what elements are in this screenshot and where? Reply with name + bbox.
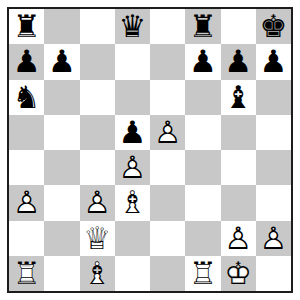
square-d3[interactable]: ♝♗ — [115, 185, 150, 220]
square-a7[interactable]: ♟ — [9, 44, 44, 79]
piece-white-king[interactable]: ♚♔ — [221, 256, 256, 291]
square-c5[interactable] — [80, 115, 115, 150]
white-pawn-icon: ♙ — [9, 185, 44, 220]
white-rook-icon: ♖ — [9, 256, 44, 291]
white-pawn-icon: ♙ — [221, 221, 256, 256]
square-f2[interactable] — [185, 221, 220, 256]
black-rook-icon: ♜ — [185, 9, 220, 44]
square-a6[interactable]: ♞ — [9, 80, 44, 115]
square-f6[interactable] — [185, 80, 220, 115]
black-pawn-icon: ♟ — [185, 44, 220, 79]
piece-black-knight[interactable]: ♞ — [9, 80, 44, 115]
square-e6[interactable] — [150, 80, 185, 115]
square-g3[interactable] — [221, 185, 256, 220]
square-h8[interactable]: ♚ — [256, 9, 291, 44]
piece-black-king[interactable]: ♚ — [256, 9, 291, 44]
square-g7[interactable]: ♟ — [221, 44, 256, 79]
piece-black-pawn[interactable]: ♟ — [256, 44, 291, 79]
square-h6[interactable] — [256, 80, 291, 115]
square-c3[interactable]: ♟♙ — [80, 185, 115, 220]
black-knight-icon: ♞ — [9, 80, 44, 115]
piece-black-pawn[interactable]: ♟ — [9, 44, 44, 79]
square-f3[interactable] — [185, 185, 220, 220]
square-c4[interactable] — [80, 150, 115, 185]
square-b4[interactable] — [44, 150, 79, 185]
square-a1[interactable]: ♜♖ — [9, 256, 44, 291]
square-g6[interactable]: ♝ — [221, 80, 256, 115]
square-b7[interactable]: ♟ — [44, 44, 79, 79]
piece-black-pawn[interactable]: ♟ — [115, 115, 150, 150]
square-h1[interactable] — [256, 256, 291, 291]
white-pawn-icon: ♙ — [115, 150, 150, 185]
square-c1[interactable]: ♝♗ — [80, 256, 115, 291]
white-bishop-icon: ♗ — [115, 185, 150, 220]
square-a3[interactable]: ♟♙ — [9, 185, 44, 220]
black-pawn-icon: ♟ — [115, 115, 150, 150]
square-c8[interactable] — [80, 9, 115, 44]
square-b8[interactable] — [44, 9, 79, 44]
square-g8[interactable] — [221, 9, 256, 44]
square-d4[interactable]: ♟♙ — [115, 150, 150, 185]
piece-white-pawn[interactable]: ♟♙ — [9, 185, 44, 220]
white-pawn-icon: ♙ — [150, 115, 185, 150]
square-c7[interactable] — [80, 44, 115, 79]
chess-board: ♜♛♜♚♟♟♟♟♟♞♝♟♟♙♟♙♟♙♟♙♝♗♛♕♟♙♟♙♜♖♝♗♜♖♚♔ — [7, 7, 293, 293]
piece-black-bishop[interactable]: ♝ — [221, 80, 256, 115]
square-d7[interactable] — [115, 44, 150, 79]
square-h2[interactable]: ♟♙ — [256, 221, 291, 256]
square-f4[interactable] — [185, 150, 220, 185]
square-d2[interactable] — [115, 221, 150, 256]
square-f5[interactable] — [185, 115, 220, 150]
piece-black-pawn[interactable]: ♟ — [185, 44, 220, 79]
square-b5[interactable] — [44, 115, 79, 150]
black-rook-icon: ♜ — [9, 9, 44, 44]
piece-white-pawn[interactable]: ♟♙ — [115, 150, 150, 185]
square-b1[interactable] — [44, 256, 79, 291]
square-e1[interactable] — [150, 256, 185, 291]
white-queen-icon: ♕ — [80, 221, 115, 256]
chess-diagram: ♜♛♜♚♟♟♟♟♟♞♝♟♟♙♟♙♟♙♟♙♝♗♛♕♟♙♟♙♜♖♝♗♜♖♚♔ — [0, 0, 300, 300]
black-king-icon: ♚ — [256, 9, 291, 44]
square-f8[interactable]: ♜ — [185, 9, 220, 44]
square-a2[interactable] — [9, 221, 44, 256]
white-pawn-icon: ♙ — [256, 221, 291, 256]
square-d8[interactable]: ♛ — [115, 9, 150, 44]
square-d5[interactable]: ♟ — [115, 115, 150, 150]
square-f1[interactable]: ♜♖ — [185, 256, 220, 291]
white-rook-icon: ♖ — [185, 256, 220, 291]
square-e4[interactable] — [150, 150, 185, 185]
piece-white-bishop[interactable]: ♝♗ — [115, 185, 150, 220]
square-c6[interactable] — [80, 80, 115, 115]
square-g1[interactable]: ♚♔ — [221, 256, 256, 291]
square-f7[interactable]: ♟ — [185, 44, 220, 79]
square-g5[interactable] — [221, 115, 256, 150]
piece-black-queen[interactable]: ♛ — [115, 9, 150, 44]
square-b3[interactable] — [44, 185, 79, 220]
piece-black-rook[interactable]: ♜ — [185, 9, 220, 44]
piece-white-bishop[interactable]: ♝♗ — [80, 256, 115, 291]
black-pawn-icon: ♟ — [221, 44, 256, 79]
white-king-icon: ♔ — [221, 256, 256, 291]
black-bishop-icon: ♝ — [221, 80, 256, 115]
square-e2[interactable] — [150, 221, 185, 256]
square-h7[interactable]: ♟ — [256, 44, 291, 79]
piece-white-rook[interactable]: ♜♖ — [9, 256, 44, 291]
square-e5[interactable]: ♟♙ — [150, 115, 185, 150]
black-pawn-icon: ♟ — [44, 44, 79, 79]
piece-white-rook[interactable]: ♜♖ — [185, 256, 220, 291]
piece-black-rook[interactable]: ♜ — [9, 9, 44, 44]
square-c2[interactable]: ♛♕ — [80, 221, 115, 256]
square-e3[interactable] — [150, 185, 185, 220]
square-h3[interactable] — [256, 185, 291, 220]
white-bishop-icon: ♗ — [80, 256, 115, 291]
square-g2[interactable]: ♟♙ — [221, 221, 256, 256]
square-a8[interactable]: ♜ — [9, 9, 44, 44]
piece-white-queen[interactable]: ♛♕ — [80, 221, 115, 256]
square-b6[interactable] — [44, 80, 79, 115]
square-d1[interactable] — [115, 256, 150, 291]
piece-white-pawn[interactable]: ♟♙ — [256, 221, 291, 256]
white-pawn-icon: ♙ — [80, 185, 115, 220]
black-pawn-icon: ♟ — [9, 44, 44, 79]
square-d6[interactable] — [115, 80, 150, 115]
square-a4[interactable] — [9, 150, 44, 185]
black-queen-icon: ♛ — [115, 9, 150, 44]
square-e8[interactable] — [150, 9, 185, 44]
piece-white-pawn[interactable]: ♟♙ — [221, 221, 256, 256]
piece-black-pawn[interactable]: ♟ — [44, 44, 79, 79]
square-h5[interactable] — [256, 115, 291, 150]
piece-black-pawn[interactable]: ♟ — [221, 44, 256, 79]
square-b2[interactable] — [44, 221, 79, 256]
piece-white-pawn[interactable]: ♟♙ — [150, 115, 185, 150]
square-g4[interactable] — [221, 150, 256, 185]
square-e7[interactable] — [150, 44, 185, 79]
piece-white-pawn[interactable]: ♟♙ — [80, 185, 115, 220]
square-h4[interactable] — [256, 150, 291, 185]
square-a5[interactable] — [9, 115, 44, 150]
black-pawn-icon: ♟ — [256, 44, 291, 79]
